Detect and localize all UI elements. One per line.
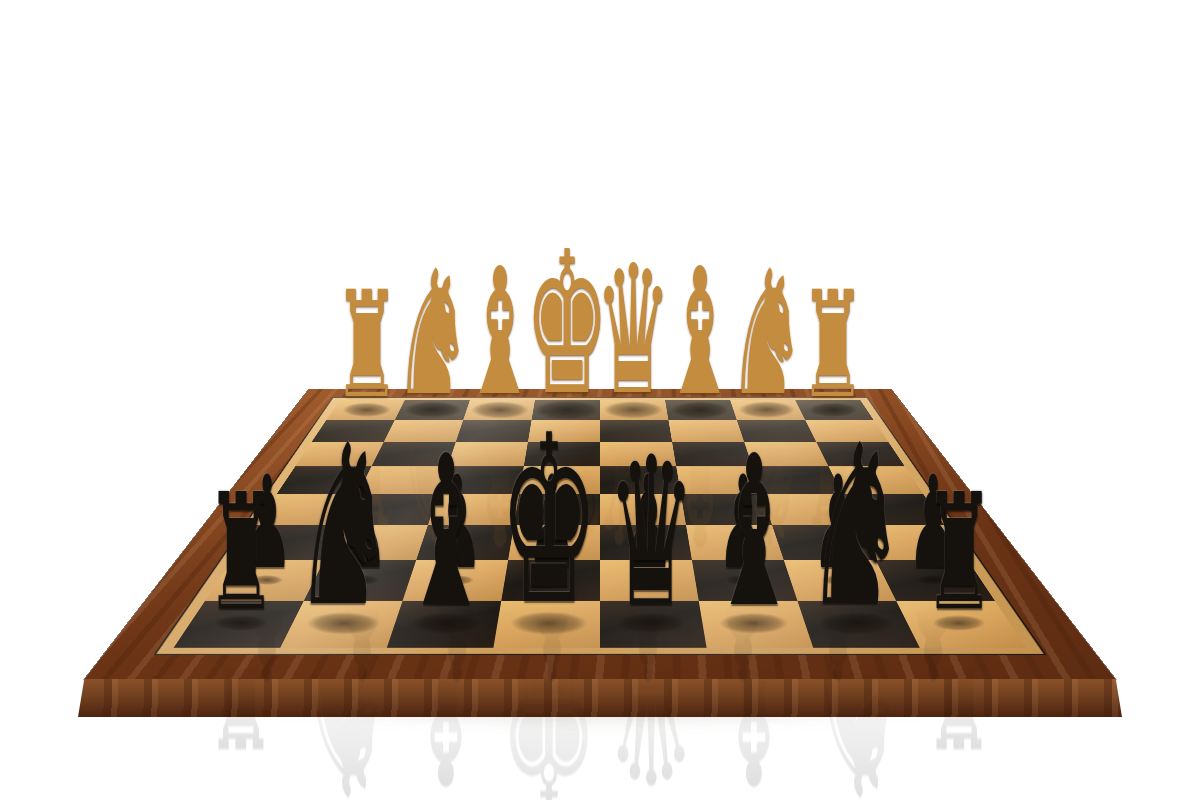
square-c5 [681,494,772,525]
square-d7 [600,560,699,600]
square-f3 [448,442,528,467]
square-c7 [692,560,797,600]
square-e3 [524,442,600,467]
square-f6 [416,525,514,560]
square-g3 [371,442,455,467]
square-h3 [295,442,384,467]
square-e4 [519,466,600,493]
square-d2 [600,420,672,442]
square-g4 [358,466,448,493]
square-c6 [686,525,784,560]
square-d6 [600,525,692,560]
square-b2 [737,420,816,442]
square-h1 [326,400,404,420]
square-a2 [805,420,888,442]
square-d5 [600,494,686,525]
square-d8 [600,601,707,648]
square-c2 [668,420,744,442]
chess-board [84,389,1116,680]
square-h2 [312,420,395,442]
square-d1 [600,400,668,420]
square-e6 [508,525,600,560]
square-g6 [324,525,428,560]
square-e8 [493,601,600,648]
square-e2 [528,420,600,442]
square-f7 [403,560,508,600]
square-c1 [665,400,737,420]
board-grid [174,400,1027,648]
photo-scene: ♜♜♞♞♝♝♛♛♚♚♝♝♞♞♜♜♟♟♟♟♟♟♟♟♟♟♟♟♟♟♟♟♜♜♞♞♝♝♛♛… [0,0,1200,800]
square-b1 [730,400,805,420]
square-e7 [501,560,600,600]
square-f4 [438,466,523,493]
square-e5 [514,494,600,525]
square-e1 [532,400,600,420]
square-g2 [384,420,463,442]
square-c3 [672,442,752,467]
square-f2 [456,420,532,442]
square-b5 [762,494,858,525]
square-b3 [744,442,828,467]
square-b4 [752,466,842,493]
square-d4 [600,466,681,493]
square-f5 [428,494,519,525]
square-g5 [342,494,438,525]
square-h4 [277,466,372,493]
square-a1 [795,400,873,420]
square-f8 [387,601,501,648]
square-d3 [600,442,676,467]
square-f1 [463,400,535,420]
square-g7 [304,560,416,600]
square-g1 [395,400,470,420]
square-c8 [699,601,813,648]
square-c4 [676,466,761,493]
